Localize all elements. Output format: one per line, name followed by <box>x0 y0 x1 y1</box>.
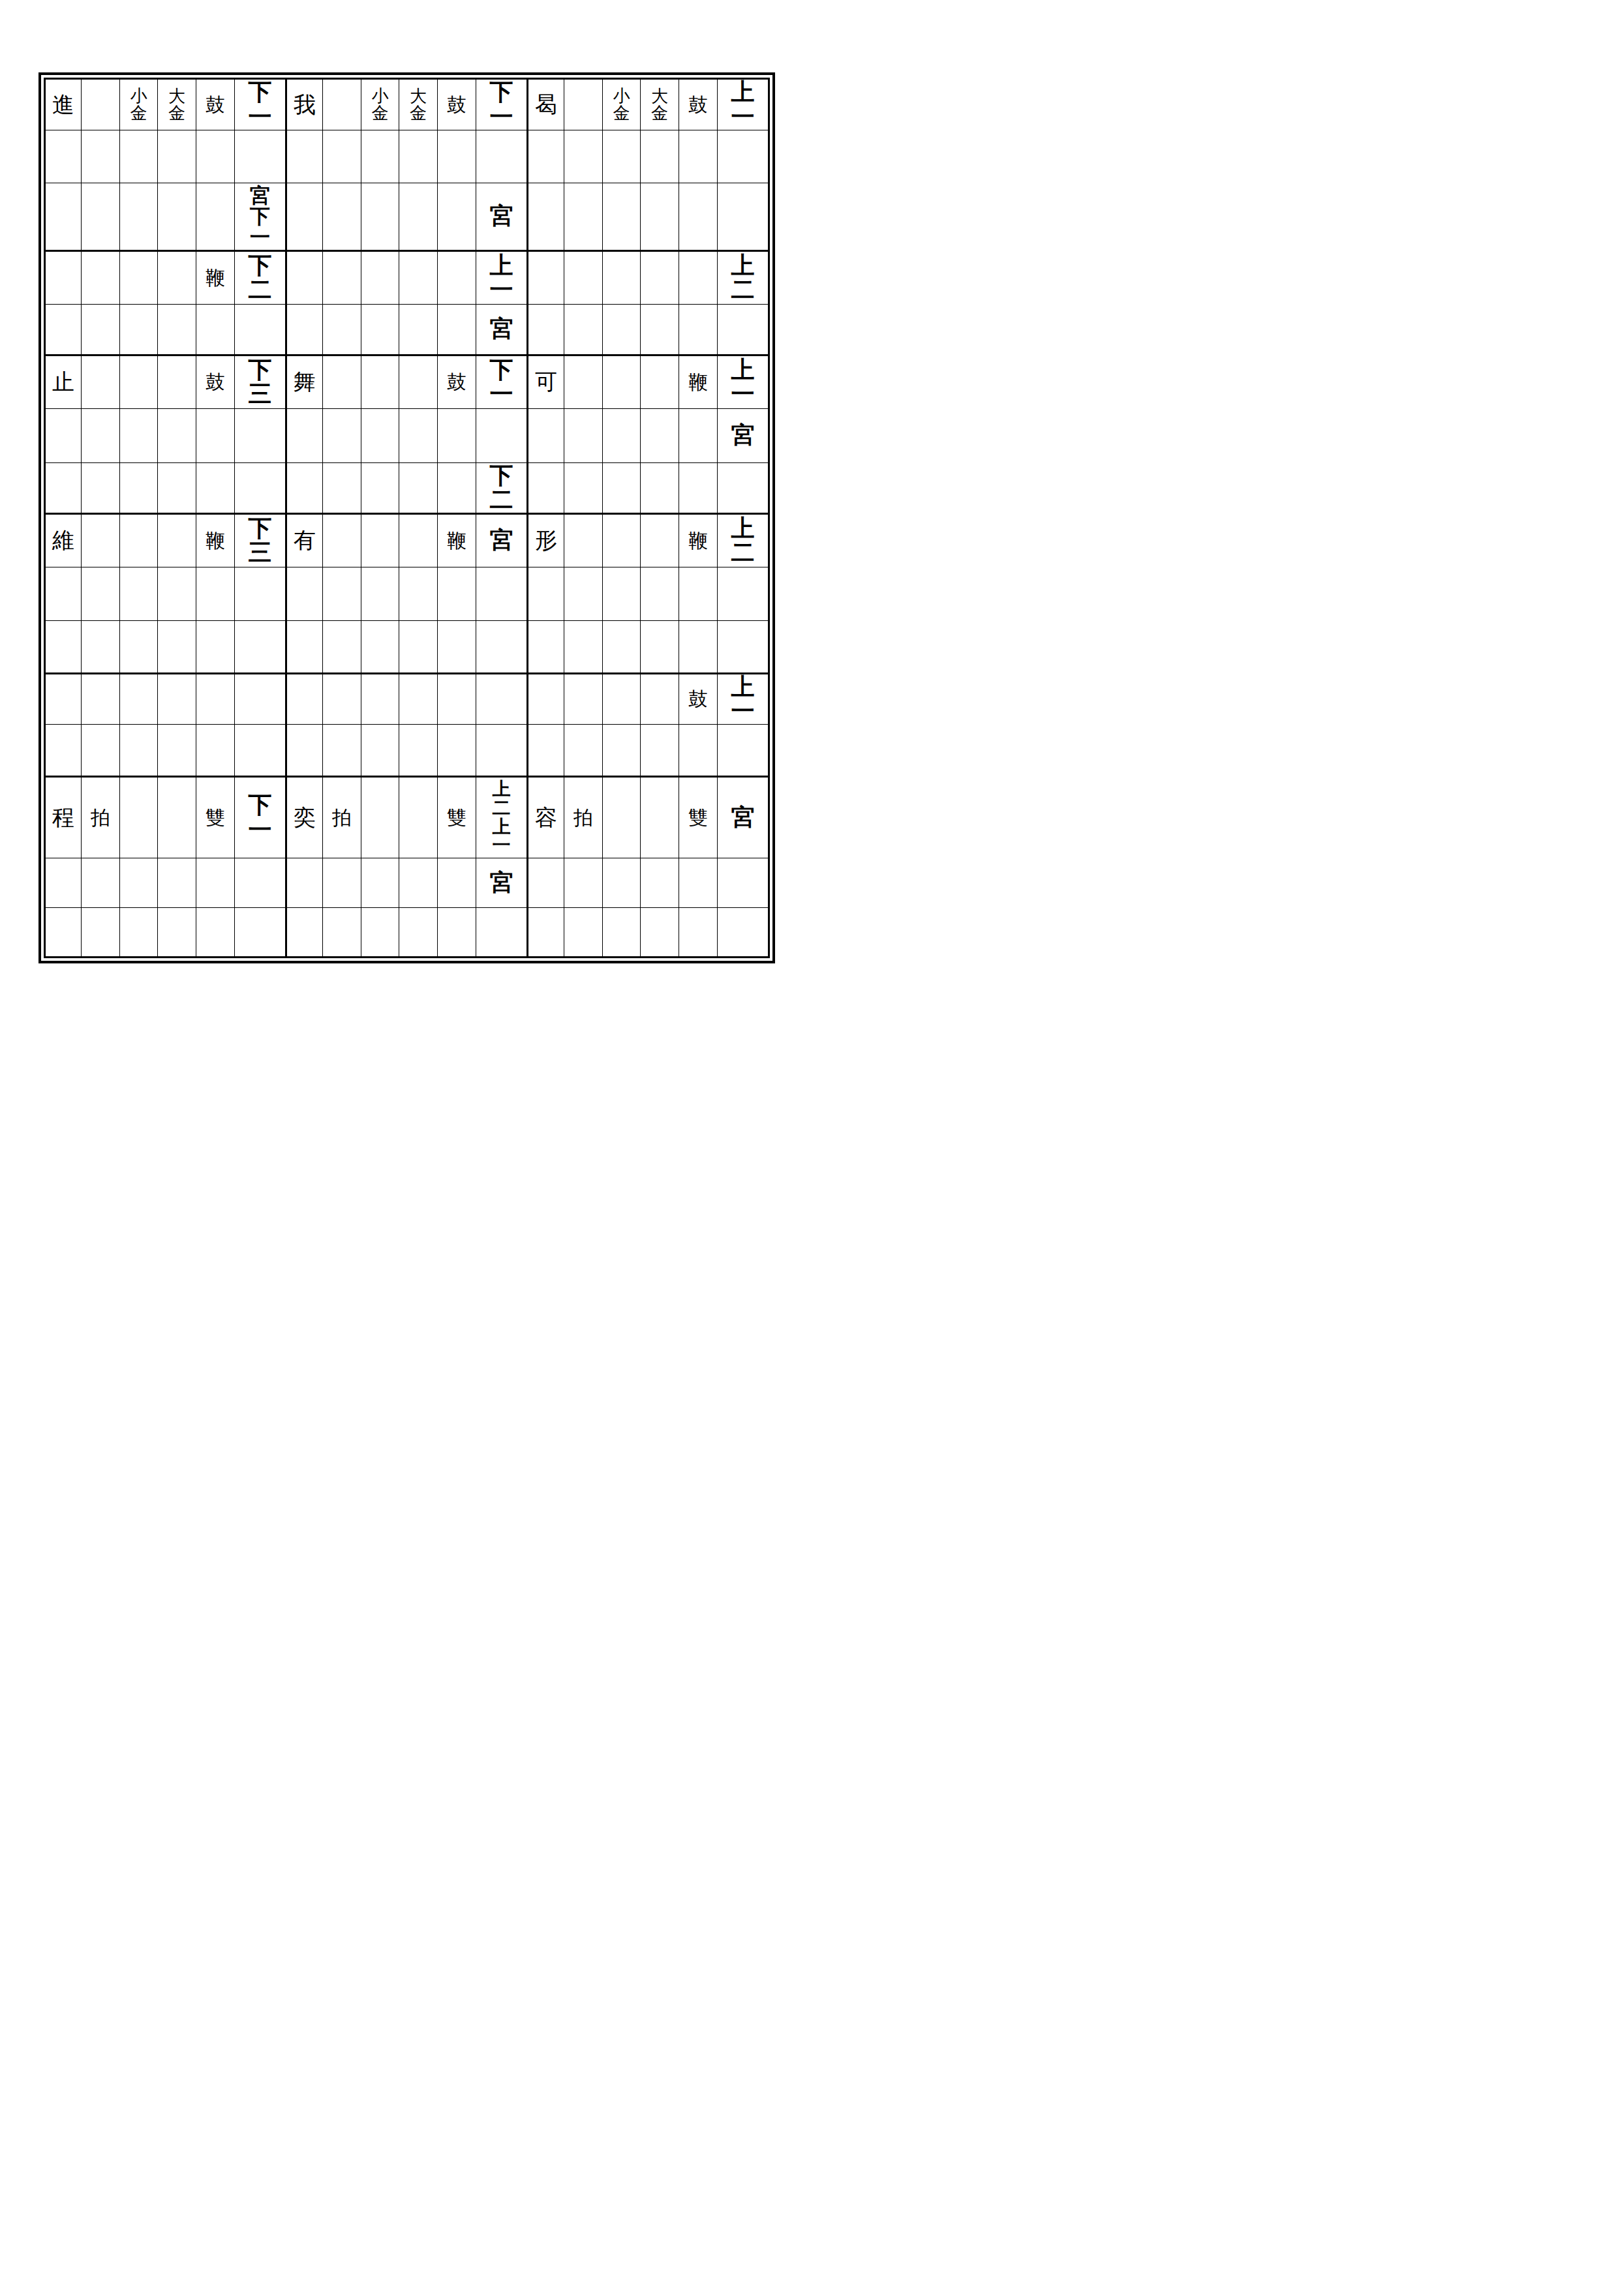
cell-g1-r2-lyric <box>46 130 82 183</box>
cell-g1-r15-lyric <box>46 858 82 908</box>
cell-g1-r6-strike: 鼓 <box>196 356 235 409</box>
cell-g2-r11-pitch <box>476 621 527 674</box>
cell-g3-r12-pitch: 上一 <box>718 674 768 725</box>
cell-g1-r3-pai <box>82 183 120 252</box>
cell-g2-r10-small-gong <box>361 567 399 621</box>
cell-g2-r8-large-gong <box>399 463 438 515</box>
score-group-3: 曷小金大金鼓上一上二可鞭上一宮形鞭上二鼓上一容拍雙宮 <box>528 80 768 956</box>
cell-g3-r2-strike <box>679 130 718 183</box>
cell-g3-r3-strike <box>679 183 718 252</box>
cell-g1-r9-pai <box>82 515 120 567</box>
cell-g2-r3-large-gong <box>399 183 438 252</box>
cell-g3-r13-pitch <box>718 725 768 778</box>
cell-g2-r12-large-gong <box>399 674 438 725</box>
cell-g1-r1-large-gong: 大金 <box>158 80 196 130</box>
cell-g1-r9-strike: 鞭 <box>196 515 235 567</box>
cell-g3-r10-pitch <box>718 567 768 621</box>
cell-g1-r13-large-gong <box>158 725 196 778</box>
cell-g2-r3-strike <box>438 183 476 252</box>
cell-g1-r2-pai <box>82 130 120 183</box>
cell-g2-r5-pai <box>323 305 361 356</box>
cell-g2-r16-pai <box>323 908 361 956</box>
cell-g3-r9-pai <box>564 515 603 567</box>
cell-g1-r11-large-gong <box>158 621 196 674</box>
cell-g2-r3-pai <box>323 183 361 252</box>
cell-g2-r9-pai <box>323 515 361 567</box>
cell-g1-r16-strike <box>196 908 235 956</box>
cell-g1-r3-pitch: 宮下一 <box>235 183 285 252</box>
cell-g3-r7-strike <box>679 409 718 463</box>
cell-g2-r14-lyric: 奕 <box>287 778 323 858</box>
cell-g3-r9-pitch: 上二 <box>718 515 768 567</box>
cell-g3-r9-small-gong <box>603 515 641 567</box>
cell-g2-r11-small-gong <box>361 621 399 674</box>
cell-g3-r16-lyric <box>528 908 564 956</box>
cell-g1-r3-small-gong <box>120 183 158 252</box>
cell-g2-r6-pai <box>323 356 361 409</box>
cell-g2-r5-lyric <box>287 305 323 356</box>
cell-g3-r15-small-gong <box>603 858 641 908</box>
cell-g3-r2-lyric <box>528 130 564 183</box>
cell-g1-r3-large-gong <box>158 183 196 252</box>
cell-g1-r15-pitch <box>235 858 285 908</box>
cell-g2-r8-lyric <box>287 463 323 515</box>
cell-g1-r14-pitch: 下一 <box>235 778 285 858</box>
cell-g3-r14-pitch: 宮 <box>718 778 768 858</box>
cell-g2-r16-lyric <box>287 908 323 956</box>
cell-g3-r11-pitch <box>718 621 768 674</box>
cell-g1-r9-lyric: 維 <box>46 515 82 567</box>
cell-g2-r11-large-gong <box>399 621 438 674</box>
cell-g1-r10-small-gong <box>120 567 158 621</box>
cell-g3-r5-small-gong <box>603 305 641 356</box>
cell-g2-r10-pitch <box>476 567 527 621</box>
cell-g3-r15-large-gong <box>641 858 679 908</box>
cell-g3-r16-large-gong <box>641 908 679 956</box>
cell-g2-r8-pitch: 下二 <box>476 463 527 515</box>
cell-g3-r9-lyric: 形 <box>528 515 564 567</box>
cell-g2-r3-small-gong <box>361 183 399 252</box>
cell-g2-r15-small-gong <box>361 858 399 908</box>
cell-g1-r16-large-gong <box>158 908 196 956</box>
cell-g3-r7-large-gong <box>641 409 679 463</box>
cell-g3-r14-small-gong <box>603 778 641 858</box>
cell-g2-r16-pitch <box>476 908 527 956</box>
cell-g2-r14-pai: 拍 <box>323 778 361 858</box>
cell-g2-r4-large-gong <box>399 252 438 305</box>
cell-g1-r16-pai <box>82 908 120 956</box>
cell-g3-r6-lyric: 可 <box>528 356 564 409</box>
cell-g2-r14-large-gong <box>399 778 438 858</box>
cell-g1-r12-strike <box>196 674 235 725</box>
cell-g1-r10-lyric <box>46 567 82 621</box>
cell-g2-r4-lyric <box>287 252 323 305</box>
cell-g3-r4-small-gong <box>603 252 641 305</box>
cell-g2-r10-pai <box>323 567 361 621</box>
cell-g1-r1-small-gong: 小金 <box>120 80 158 130</box>
cell-g3-r10-strike <box>679 567 718 621</box>
cell-g1-r3-lyric <box>46 183 82 252</box>
cell-g1-r2-large-gong <box>158 130 196 183</box>
cell-g1-r10-strike <box>196 567 235 621</box>
cell-g3-r6-pai <box>564 356 603 409</box>
cell-g3-r6-small-gong <box>603 356 641 409</box>
cell-g3-r2-large-gong <box>641 130 679 183</box>
cell-g3-r10-lyric <box>528 567 564 621</box>
cell-g3-r2-pitch <box>718 130 768 183</box>
cell-g1-r12-large-gong <box>158 674 196 725</box>
cell-g2-r6-pitch: 下一 <box>476 356 527 409</box>
cell-g1-r7-lyric <box>46 409 82 463</box>
cell-g3-r11-large-gong <box>641 621 679 674</box>
cell-g2-r2-pai <box>323 130 361 183</box>
cell-g2-r11-strike <box>438 621 476 674</box>
cell-g3-r8-small-gong <box>603 463 641 515</box>
cell-g2-r14-small-gong <box>361 778 399 858</box>
cell-g1-r11-lyric <box>46 621 82 674</box>
cell-g2-r9-pitch: 宮 <box>476 515 527 567</box>
cell-g2-r15-pitch: 宮 <box>476 858 527 908</box>
cell-g3-r4-pitch: 上二 <box>718 252 768 305</box>
cell-g1-r7-pitch <box>235 409 285 463</box>
cell-g1-r7-pai <box>82 409 120 463</box>
cell-g3-r3-pitch <box>718 183 768 252</box>
cell-g1-r14-large-gong <box>158 778 196 858</box>
score-outer-frame: 進小金大金鼓下一宮下一鞭下二止鼓下三維鞭下三程拍雙下一我小金大金鼓下一宮上一宮舞… <box>38 72 775 963</box>
cell-g1-r2-pitch <box>235 130 285 183</box>
cell-g3-r8-lyric <box>528 463 564 515</box>
cell-g2-r5-small-gong <box>361 305 399 356</box>
cell-g1-r16-small-gong <box>120 908 158 956</box>
cell-g2-r2-strike <box>438 130 476 183</box>
cell-g2-r1-small-gong: 小金 <box>361 80 399 130</box>
cell-g3-r7-pitch: 宮 <box>718 409 768 463</box>
cell-g2-r16-small-gong <box>361 908 399 956</box>
cell-g1-r6-pitch: 下三 <box>235 356 285 409</box>
cell-g2-r1-strike: 鼓 <box>438 80 476 130</box>
cell-g2-r10-strike <box>438 567 476 621</box>
cell-g3-r13-large-gong <box>641 725 679 778</box>
cell-g1-r4-lyric <box>46 252 82 305</box>
cell-g2-r7-pai <box>323 409 361 463</box>
cell-g3-r13-small-gong <box>603 725 641 778</box>
cell-g2-r9-large-gong <box>399 515 438 567</box>
cell-g3-r6-large-gong <box>641 356 679 409</box>
cell-g3-r16-pitch <box>718 908 768 956</box>
cell-g3-r9-strike: 鞭 <box>679 515 718 567</box>
cell-g1-r13-small-gong <box>120 725 158 778</box>
cell-g2-r4-pai <box>323 252 361 305</box>
cell-g3-r15-strike <box>679 858 718 908</box>
cell-g1-r12-small-gong <box>120 674 158 725</box>
cell-g3-r8-large-gong <box>641 463 679 515</box>
cell-g1-r15-strike <box>196 858 235 908</box>
cell-g3-r7-pai <box>564 409 603 463</box>
cell-g2-r12-strike <box>438 674 476 725</box>
cell-g2-r4-small-gong <box>361 252 399 305</box>
cell-g2-r13-lyric <box>287 725 323 778</box>
cell-g3-r16-pai <box>564 908 603 956</box>
cell-g1-r6-small-gong <box>120 356 158 409</box>
cell-g2-r9-strike: 鞭 <box>438 515 476 567</box>
cell-g2-r11-pai <box>323 621 361 674</box>
cell-g3-r12-strike: 鼓 <box>679 674 718 725</box>
cell-g3-r10-small-gong <box>603 567 641 621</box>
cell-g2-r8-strike <box>438 463 476 515</box>
cell-g1-r4-small-gong <box>120 252 158 305</box>
cell-g2-r16-large-gong <box>399 908 438 956</box>
cell-g3-r4-lyric <box>528 252 564 305</box>
cell-g1-r10-pitch <box>235 567 285 621</box>
cell-g2-r14-strike: 雙 <box>438 778 476 858</box>
cell-g3-r13-strike <box>679 725 718 778</box>
cell-g1-r15-small-gong <box>120 858 158 908</box>
cell-g1-r5-pitch <box>235 305 285 356</box>
cell-g1-r1-lyric: 進 <box>46 80 82 130</box>
cell-g3-r16-strike <box>679 908 718 956</box>
cell-g1-r15-large-gong <box>158 858 196 908</box>
cell-g1-r14-lyric: 程 <box>46 778 82 858</box>
cell-g2-r8-pai <box>323 463 361 515</box>
cell-g2-r12-lyric <box>287 674 323 725</box>
cell-g1-r13-strike <box>196 725 235 778</box>
cell-g1-r9-large-gong <box>158 515 196 567</box>
cell-g2-r13-small-gong <box>361 725 399 778</box>
cell-g2-r12-small-gong <box>361 674 399 725</box>
cell-g3-r5-strike <box>679 305 718 356</box>
cell-g3-r1-large-gong: 大金 <box>641 80 679 130</box>
cell-g3-r3-lyric <box>528 183 564 252</box>
cell-g1-r6-lyric: 止 <box>46 356 82 409</box>
cell-g3-r11-small-gong <box>603 621 641 674</box>
cell-g2-r6-large-gong <box>399 356 438 409</box>
cell-g2-r7-large-gong <box>399 409 438 463</box>
cell-g1-r4-strike: 鞭 <box>196 252 235 305</box>
cell-g3-r4-strike <box>679 252 718 305</box>
cell-g2-r2-pitch <box>476 130 527 183</box>
cell-g1-r5-pai <box>82 305 120 356</box>
cell-g3-r5-pai <box>564 305 603 356</box>
cell-g2-r5-pitch: 宮 <box>476 305 527 356</box>
cell-g2-r2-large-gong <box>399 130 438 183</box>
cell-g1-r14-pai: 拍 <box>82 778 120 858</box>
cell-g3-r12-pai <box>564 674 603 725</box>
cell-g3-r11-strike <box>679 621 718 674</box>
cell-g2-r14-pitch: 上二上一 <box>476 778 527 858</box>
cell-g1-r9-small-gong <box>120 515 158 567</box>
cell-g3-r1-pitch: 上一 <box>718 80 768 130</box>
cell-g3-r1-lyric: 曷 <box>528 80 564 130</box>
cell-g2-r5-large-gong <box>399 305 438 356</box>
cell-g2-r1-pitch: 下一 <box>476 80 527 130</box>
cell-g2-r2-lyric <box>287 130 323 183</box>
cell-g2-r1-large-gong: 大金 <box>399 80 438 130</box>
cell-g1-r8-large-gong <box>158 463 196 515</box>
cell-g1-r10-pai <box>82 567 120 621</box>
cell-g2-r8-small-gong <box>361 463 399 515</box>
cell-g3-r3-small-gong <box>603 183 641 252</box>
cell-g1-r12-pitch <box>235 674 285 725</box>
cell-g3-r4-pai <box>564 252 603 305</box>
cell-g3-r7-small-gong <box>603 409 641 463</box>
cell-g1-r4-large-gong <box>158 252 196 305</box>
cell-g2-r13-pai <box>323 725 361 778</box>
cell-g3-r14-large-gong <box>641 778 679 858</box>
cell-g1-r12-lyric <box>46 674 82 725</box>
cell-g2-r3-pitch: 宮 <box>476 183 527 252</box>
cell-g3-r2-small-gong <box>603 130 641 183</box>
cell-g2-r15-lyric <box>287 858 323 908</box>
score-table: 進小金大金鼓下一宮下一鞭下二止鼓下三維鞭下三程拍雙下一我小金大金鼓下一宮上一宮舞… <box>44 78 770 958</box>
cell-g3-r14-strike: 雙 <box>679 778 718 858</box>
cell-g1-r12-pai <box>82 674 120 725</box>
cell-g1-r13-pitch <box>235 725 285 778</box>
cell-g3-r8-pitch <box>718 463 768 515</box>
cell-g1-r8-pitch <box>235 463 285 515</box>
cell-g2-r13-strike <box>438 725 476 778</box>
cell-g2-r5-strike <box>438 305 476 356</box>
cell-g1-r16-lyric <box>46 908 82 956</box>
cell-g3-r11-lyric <box>528 621 564 674</box>
cell-g2-r13-pitch <box>476 725 527 778</box>
cell-g2-r15-pai <box>323 858 361 908</box>
cell-g3-r13-lyric <box>528 725 564 778</box>
score-group-2: 我小金大金鼓下一宮上一宮舞鼓下一下二有鞭宮奕拍雙上二上一宮 <box>287 80 528 956</box>
cell-g1-r1-pitch: 下一 <box>235 80 285 130</box>
cell-g3-r2-pai <box>564 130 603 183</box>
cell-g3-r4-large-gong <box>641 252 679 305</box>
cell-g1-r6-large-gong <box>158 356 196 409</box>
cell-g3-r15-pai <box>564 858 603 908</box>
cell-g3-r8-strike <box>679 463 718 515</box>
cell-g1-r14-strike: 雙 <box>196 778 235 858</box>
cell-g1-r7-large-gong <box>158 409 196 463</box>
cell-g2-r1-lyric: 我 <box>287 80 323 130</box>
cell-g1-r3-strike <box>196 183 235 252</box>
cell-g2-r11-lyric <box>287 621 323 674</box>
cell-g1-r2-strike <box>196 130 235 183</box>
cell-g1-r10-large-gong <box>158 567 196 621</box>
cell-g2-r15-strike <box>438 858 476 908</box>
cell-g3-r5-large-gong <box>641 305 679 356</box>
cell-g1-r13-pai <box>82 725 120 778</box>
cell-g1-r1-pai <box>82 80 120 130</box>
cell-g2-r12-pai <box>323 674 361 725</box>
cell-g1-r4-pai <box>82 252 120 305</box>
cell-g1-r5-large-gong <box>158 305 196 356</box>
cell-g2-r7-pitch <box>476 409 527 463</box>
cell-g1-r5-small-gong <box>120 305 158 356</box>
cell-g2-r13-large-gong <box>399 725 438 778</box>
cell-g3-r6-strike: 鞭 <box>679 356 718 409</box>
cell-g1-r11-strike <box>196 621 235 674</box>
cell-g3-r12-small-gong <box>603 674 641 725</box>
cell-g1-r8-pai <box>82 463 120 515</box>
cell-g3-r16-small-gong <box>603 908 641 956</box>
cell-g2-r4-strike <box>438 252 476 305</box>
cell-g3-r1-pai <box>564 80 603 130</box>
cell-g2-r10-large-gong <box>399 567 438 621</box>
cell-g2-r3-lyric <box>287 183 323 252</box>
cell-g3-r12-large-gong <box>641 674 679 725</box>
cell-g3-r3-pai <box>564 183 603 252</box>
cell-g2-r2-small-gong <box>361 130 399 183</box>
cell-g2-r12-pitch <box>476 674 527 725</box>
cell-g1-r9-pitch: 下三 <box>235 515 285 567</box>
cell-g3-r10-pai <box>564 567 603 621</box>
cell-g1-r8-lyric <box>46 463 82 515</box>
cell-g2-r1-pai <box>323 80 361 130</box>
cell-g3-r5-pitch <box>718 305 768 356</box>
cell-g1-r14-small-gong <box>120 778 158 858</box>
cell-g2-r9-small-gong <box>361 515 399 567</box>
cell-g1-r15-pai <box>82 858 120 908</box>
cell-g3-r15-pitch <box>718 858 768 908</box>
cell-g2-r15-large-gong <box>399 858 438 908</box>
cell-g1-r8-small-gong <box>120 463 158 515</box>
cell-g3-r10-large-gong <box>641 567 679 621</box>
cell-g2-r9-lyric: 有 <box>287 515 323 567</box>
cell-g2-r7-lyric <box>287 409 323 463</box>
cell-g1-r4-pitch: 下二 <box>235 252 285 305</box>
cell-g3-r6-pitch: 上一 <box>718 356 768 409</box>
cell-g3-r1-strike: 鼓 <box>679 80 718 130</box>
cell-g3-r9-large-gong <box>641 515 679 567</box>
cell-g1-r13-lyric <box>46 725 82 778</box>
cell-g1-r7-small-gong <box>120 409 158 463</box>
cell-g3-r15-lyric <box>528 858 564 908</box>
cell-g3-r3-large-gong <box>641 183 679 252</box>
cell-g1-r5-lyric <box>46 305 82 356</box>
cell-g1-r7-strike <box>196 409 235 463</box>
cell-g1-r2-small-gong <box>120 130 158 183</box>
cell-g1-r11-pitch <box>235 621 285 674</box>
cell-g2-r10-lyric <box>287 567 323 621</box>
cell-g2-r6-strike: 鼓 <box>438 356 476 409</box>
cell-g3-r13-pai <box>564 725 603 778</box>
cell-g1-r8-strike <box>196 463 235 515</box>
cell-g2-r16-strike <box>438 908 476 956</box>
cell-g2-r6-lyric: 舞 <box>287 356 323 409</box>
cell-g2-r6-small-gong <box>361 356 399 409</box>
cell-g3-r8-pai <box>564 463 603 515</box>
cell-g2-r4-pitch: 上一 <box>476 252 527 305</box>
cell-g3-r7-lyric <box>528 409 564 463</box>
cell-g2-r7-strike <box>438 409 476 463</box>
cell-g3-r1-small-gong: 小金 <box>603 80 641 130</box>
score-group-1: 進小金大金鼓下一宮下一鞭下二止鼓下三維鞭下三程拍雙下一 <box>46 80 287 956</box>
cell-g1-r5-strike <box>196 305 235 356</box>
cell-g1-r6-pai <box>82 356 120 409</box>
cell-g3-r12-lyric <box>528 674 564 725</box>
cell-g1-r11-pai <box>82 621 120 674</box>
cell-g3-r5-lyric <box>528 305 564 356</box>
cell-g1-r1-strike: 鼓 <box>196 80 235 130</box>
cell-g2-r7-small-gong <box>361 409 399 463</box>
cell-g3-r14-pai: 拍 <box>564 778 603 858</box>
cell-g3-r14-lyric: 容 <box>528 778 564 858</box>
cell-g3-r11-pai <box>564 621 603 674</box>
cell-g1-r16-pitch <box>235 908 285 956</box>
cell-g1-r11-small-gong <box>120 621 158 674</box>
